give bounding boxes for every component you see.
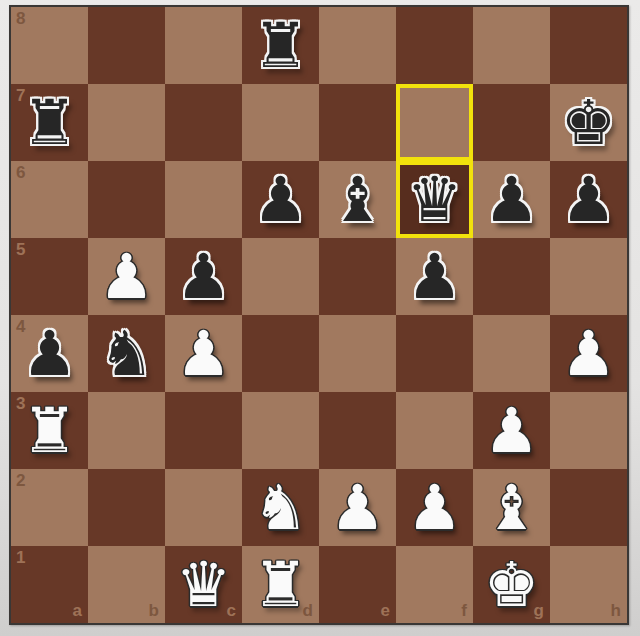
square-b5[interactable]: ♟ [88, 238, 165, 315]
piece-white-pawn[interactable]: ♟ [484, 392, 540, 469]
piece-white-rook[interactable]: ♜ [253, 546, 309, 623]
square-d6[interactable]: ♟ [242, 161, 319, 238]
square-h7[interactable]: ♚ [550, 84, 627, 161]
square-g4[interactable] [473, 315, 550, 392]
square-g7[interactable] [473, 84, 550, 161]
square-d8[interactable]: ♜ [242, 7, 319, 84]
square-e1[interactable]: e [319, 546, 396, 623]
square-d2[interactable]: ♞ [242, 469, 319, 546]
rank-label-5: 5 [16, 240, 25, 260]
square-f4[interactable] [396, 315, 473, 392]
square-g6[interactable]: ♟ [473, 161, 550, 238]
piece-black-pawn[interactable]: ♟ [176, 238, 232, 315]
square-h5[interactable] [550, 238, 627, 315]
square-d4[interactable] [242, 315, 319, 392]
square-b7[interactable] [88, 84, 165, 161]
piece-white-pawn[interactable]: ♟ [99, 238, 155, 315]
square-c7[interactable] [165, 84, 242, 161]
square-e6[interactable]: ♝ [319, 161, 396, 238]
square-h8[interactable] [550, 7, 627, 84]
square-a5[interactable]: 5 [11, 238, 88, 315]
square-e3[interactable] [319, 392, 396, 469]
square-b4[interactable]: ♞ [88, 315, 165, 392]
square-g2[interactable]: ♝ [473, 469, 550, 546]
rank-label-2: 2 [16, 471, 25, 491]
piece-black-bishop[interactable]: ♝ [330, 161, 386, 238]
square-b6[interactable] [88, 161, 165, 238]
piece-black-pawn[interactable]: ♟ [253, 161, 309, 238]
rank-label-1: 1 [16, 548, 25, 568]
file-label-e: e [381, 601, 390, 621]
square-f8[interactable] [396, 7, 473, 84]
piece-black-king[interactable]: ♚ [561, 84, 617, 161]
piece-white-pawn[interactable]: ♟ [561, 315, 617, 392]
square-a8[interactable]: 8 [11, 7, 88, 84]
page-background: 8♜7♜♚6♟♝♛♟♟5♟♟♟4♟♞♟♟3♜♟2♞♟♟♝1abc♛d♜efg♚h [0, 0, 640, 636]
chess-board: 8♜7♜♚6♟♝♛♟♟5♟♟♟4♟♞♟♟3♜♟2♞♟♟♝1abc♛d♜efg♚h [9, 5, 629, 625]
square-d7[interactable] [242, 84, 319, 161]
square-f5[interactable]: ♟ [396, 238, 473, 315]
square-h2[interactable] [550, 469, 627, 546]
square-b8[interactable] [88, 7, 165, 84]
square-h4[interactable]: ♟ [550, 315, 627, 392]
square-b1[interactable]: b [88, 546, 165, 623]
piece-black-pawn[interactable]: ♟ [484, 161, 540, 238]
square-f7[interactable] [396, 84, 473, 161]
file-label-h: h [611, 601, 621, 621]
piece-white-knight[interactable]: ♞ [253, 469, 309, 546]
square-d1[interactable]: d♜ [242, 546, 319, 623]
square-g5[interactable] [473, 238, 550, 315]
file-label-f: f [461, 601, 467, 621]
square-h3[interactable] [550, 392, 627, 469]
square-g8[interactable] [473, 7, 550, 84]
piece-white-pawn[interactable]: ♟ [407, 469, 463, 546]
square-a3[interactable]: 3♜ [11, 392, 88, 469]
piece-black-rook[interactable]: ♜ [22, 84, 78, 161]
file-label-a: a [73, 601, 82, 621]
piece-white-pawn[interactable]: ♟ [330, 469, 386, 546]
square-e2[interactable]: ♟ [319, 469, 396, 546]
piece-white-queen[interactable]: ♛ [176, 546, 232, 623]
square-b3[interactable] [88, 392, 165, 469]
square-c1[interactable]: c♛ [165, 546, 242, 623]
square-a6[interactable]: 6 [11, 161, 88, 238]
square-e4[interactable] [319, 315, 396, 392]
square-c5[interactable]: ♟ [165, 238, 242, 315]
square-a1[interactable]: 1a [11, 546, 88, 623]
square-f6[interactable]: ♛ [396, 161, 473, 238]
square-c2[interactable] [165, 469, 242, 546]
square-a2[interactable]: 2 [11, 469, 88, 546]
square-c8[interactable] [165, 7, 242, 84]
square-d5[interactable] [242, 238, 319, 315]
square-f3[interactable] [396, 392, 473, 469]
square-f2[interactable]: ♟ [396, 469, 473, 546]
file-label-b: b [149, 601, 159, 621]
piece-black-pawn[interactable]: ♟ [22, 315, 78, 392]
square-h1[interactable]: h [550, 546, 627, 623]
square-g1[interactable]: g♚ [473, 546, 550, 623]
piece-black-pawn[interactable]: ♟ [561, 161, 617, 238]
piece-black-knight[interactable]: ♞ [99, 315, 155, 392]
square-c3[interactable] [165, 392, 242, 469]
piece-white-pawn[interactable]: ♟ [176, 315, 232, 392]
square-a7[interactable]: 7♜ [11, 84, 88, 161]
rank-label-6: 6 [16, 163, 25, 183]
square-e7[interactable] [319, 84, 396, 161]
square-e5[interactable] [319, 238, 396, 315]
piece-white-bishop[interactable]: ♝ [484, 469, 540, 546]
piece-white-rook[interactable]: ♜ [22, 392, 78, 469]
square-b2[interactable] [88, 469, 165, 546]
square-h6[interactable]: ♟ [550, 161, 627, 238]
square-f1[interactable]: f [396, 546, 473, 623]
piece-black-pawn[interactable]: ♟ [407, 238, 463, 315]
piece-black-rook[interactable]: ♜ [253, 7, 309, 84]
square-a4[interactable]: 4♟ [11, 315, 88, 392]
piece-black-queen[interactable]: ♛ [407, 161, 463, 238]
square-g3[interactable]: ♟ [473, 392, 550, 469]
square-c6[interactable] [165, 161, 242, 238]
rank-label-8: 8 [16, 9, 25, 29]
square-c4[interactable]: ♟ [165, 315, 242, 392]
piece-white-king[interactable]: ♚ [484, 546, 540, 623]
square-d3[interactable] [242, 392, 319, 469]
square-e8[interactable] [319, 7, 396, 84]
